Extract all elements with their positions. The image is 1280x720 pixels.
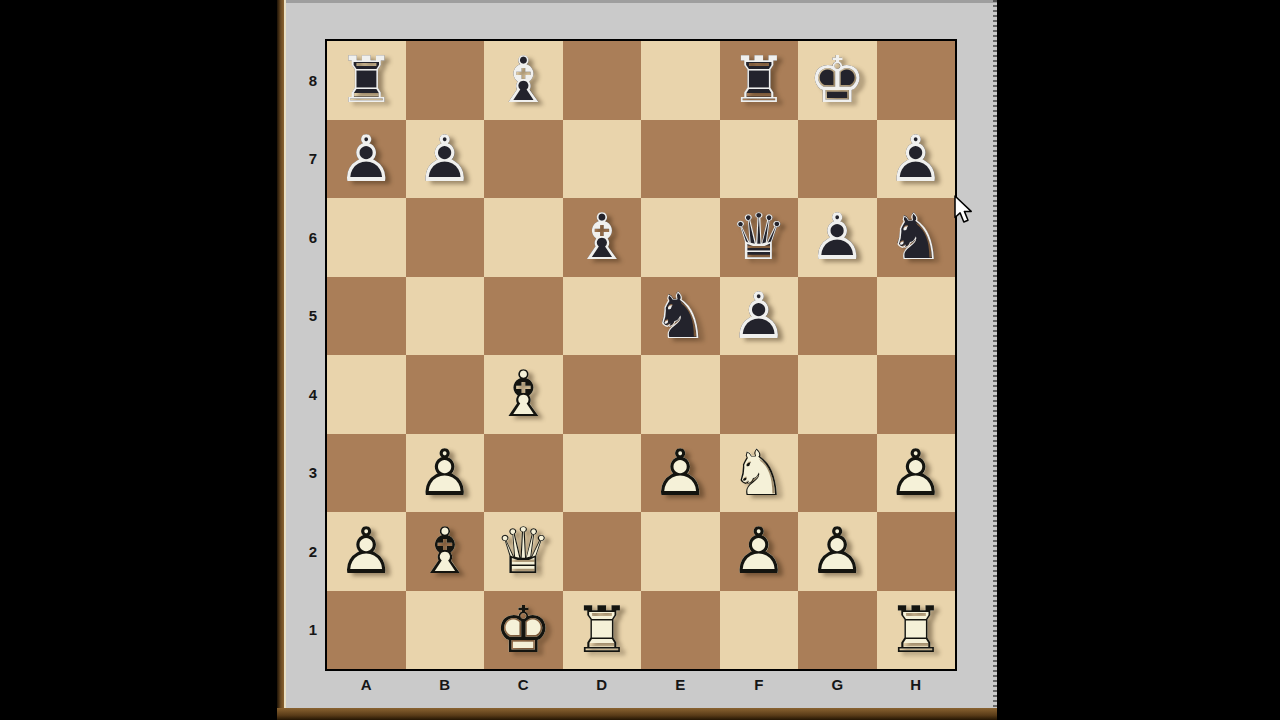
file-label-b: B	[406, 671, 485, 697]
square-e3[interactable]: ♟♙	[641, 434, 720, 513]
letterbox-right	[997, 0, 1280, 720]
square-b8[interactable]	[406, 41, 485, 120]
square-c1[interactable]: ♚♔	[484, 591, 563, 670]
black-bishop-icon: ♝♗	[563, 198, 642, 277]
square-e1[interactable]	[641, 591, 720, 670]
piece-glyph-line: ♘	[720, 434, 799, 513]
square-b4[interactable]	[406, 355, 485, 434]
piece-glyph-line: ♙	[798, 198, 877, 277]
square-g1[interactable]	[798, 591, 877, 670]
top-edge-line	[277, 0, 997, 3]
square-e2[interactable]	[641, 512, 720, 591]
square-f5[interactable]: ♟♙	[720, 277, 799, 356]
rank-label-1: 1	[295, 591, 321, 670]
black-king-icon: ♚♔	[798, 41, 877, 120]
piece-glyph-line: ♙	[877, 434, 956, 513]
square-d2[interactable]	[563, 512, 642, 591]
piece-glyph-line: ♖	[877, 591, 956, 670]
square-e8[interactable]	[641, 41, 720, 120]
piece-glyph-line: ♙	[877, 120, 956, 199]
white-pawn-icon: ♟♙	[327, 512, 406, 591]
square-g8[interactable]: ♚♔	[798, 41, 877, 120]
square-e4[interactable]	[641, 355, 720, 434]
square-h4[interactable]	[877, 355, 956, 434]
square-b3[interactable]: ♟♙	[406, 434, 485, 513]
square-h1[interactable]: ♜♖	[877, 591, 956, 670]
white-pawn-icon: ♟♙	[798, 512, 877, 591]
square-c4[interactable]: ♝♗	[484, 355, 563, 434]
file-label-e: E	[641, 671, 720, 697]
rank-label-8: 8	[295, 41, 321, 120]
file-label-f: F	[720, 671, 799, 697]
square-e7[interactable]	[641, 120, 720, 199]
square-d5[interactable]	[563, 277, 642, 356]
file-labels: ABCDEFGH	[327, 671, 955, 697]
white-king-icon: ♚♔	[484, 591, 563, 670]
file-label-h: H	[877, 671, 956, 697]
square-d6[interactable]: ♝♗	[563, 198, 642, 277]
white-rook-icon: ♜♖	[563, 591, 642, 670]
white-pawn-icon: ♟♙	[877, 434, 956, 513]
square-f1[interactable]	[720, 591, 799, 670]
square-g6[interactable]: ♟♙	[798, 198, 877, 277]
piece-glyph-line: ♙	[406, 434, 485, 513]
black-bishop-icon: ♝♗	[484, 41, 563, 120]
square-b1[interactable]	[406, 591, 485, 670]
piece-glyph-line: ♙	[641, 434, 720, 513]
capture-area: 87654321 ♜♖♝♗♜♖♚♔♟♙♟♙♟♙♝♗♛♕♟♙♞♘♞♘♟♙♝♗♟♙♟…	[277, 0, 997, 720]
square-f6[interactable]: ♛♕	[720, 198, 799, 277]
rank-label-6: 6	[295, 198, 321, 277]
video-frame: 87654321 ♜♖♝♗♜♖♚♔♟♙♟♙♟♙♝♗♛♕♟♙♞♘♞♘♟♙♝♗♟♙♟…	[0, 0, 1280, 720]
file-label-g: G	[798, 671, 877, 697]
square-b2[interactable]: ♝♗	[406, 512, 485, 591]
square-d1[interactable]: ♜♖	[563, 591, 642, 670]
piece-glyph-line: ♘	[877, 198, 956, 277]
piece-glyph-line: ♕	[484, 512, 563, 591]
piece-glyph-line: ♖	[563, 591, 642, 670]
square-c8[interactable]: ♝♗	[484, 41, 563, 120]
square-a4[interactable]	[327, 355, 406, 434]
white-bishop-icon: ♝♗	[406, 512, 485, 591]
piece-glyph-line: ♙	[720, 277, 799, 356]
square-d8[interactable]	[563, 41, 642, 120]
square-b5[interactable]	[406, 277, 485, 356]
black-rook-icon: ♜♖	[720, 41, 799, 120]
square-d7[interactable]	[563, 120, 642, 199]
piece-glyph-line: ♙	[720, 512, 799, 591]
piece-glyph-line: ♔	[484, 591, 563, 670]
square-c5[interactable]	[484, 277, 563, 356]
black-knight-icon: ♞♘	[641, 277, 720, 356]
square-f3[interactable]: ♞♘	[720, 434, 799, 513]
piece-glyph-line: ♙	[406, 120, 485, 199]
black-pawn-icon: ♟♙	[327, 120, 406, 199]
square-c7[interactable]	[484, 120, 563, 199]
square-g3[interactable]	[798, 434, 877, 513]
square-a6[interactable]	[327, 198, 406, 277]
square-h6[interactable]: ♞♘	[877, 198, 956, 277]
piece-glyph-line: ♖	[327, 41, 406, 120]
black-pawn-icon: ♟♙	[720, 277, 799, 356]
file-label-a: A	[327, 671, 406, 697]
square-a1[interactable]	[327, 591, 406, 670]
square-c3[interactable]	[484, 434, 563, 513]
square-c2[interactable]: ♛♕	[484, 512, 563, 591]
rank-label-3: 3	[295, 434, 321, 513]
square-g5[interactable]	[798, 277, 877, 356]
square-f8[interactable]: ♜♖	[720, 41, 799, 120]
wood-edge-highlight	[284, 0, 286, 720]
square-h2[interactable]	[877, 512, 956, 591]
square-h3[interactable]: ♟♙	[877, 434, 956, 513]
white-knight-icon: ♞♘	[720, 434, 799, 513]
file-label-c: C	[484, 671, 563, 697]
piece-glyph-line: ♔	[798, 41, 877, 120]
square-f4[interactable]	[720, 355, 799, 434]
square-e5[interactable]: ♞♘	[641, 277, 720, 356]
mouse-cursor-icon	[952, 195, 974, 225]
square-h7[interactable]: ♟♙	[877, 120, 956, 199]
square-h5[interactable]	[877, 277, 956, 356]
black-knight-icon: ♞♘	[877, 198, 956, 277]
black-queen-icon: ♛♕	[720, 198, 799, 277]
piece-glyph-line: ♗	[484, 355, 563, 434]
square-b7[interactable]: ♟♙	[406, 120, 485, 199]
wood-bottom-edge	[277, 708, 997, 720]
square-a5[interactable]	[327, 277, 406, 356]
square-g2[interactable]: ♟♙	[798, 512, 877, 591]
square-a3[interactable]	[327, 434, 406, 513]
rank-label-5: 5	[295, 277, 321, 356]
piece-glyph-line: ♘	[641, 277, 720, 356]
piece-glyph-line: ♗	[406, 512, 485, 591]
piece-glyph-line: ♕	[720, 198, 799, 277]
white-queen-icon: ♛♕	[484, 512, 563, 591]
piece-glyph-line: ♗	[563, 198, 642, 277]
square-c6[interactable]	[484, 198, 563, 277]
rank-label-4: 4	[295, 355, 321, 434]
square-g7[interactable]	[798, 120, 877, 199]
square-a8[interactable]: ♜♖	[327, 41, 406, 120]
black-pawn-icon: ♟♙	[406, 120, 485, 199]
chess-board: ♜♖♝♗♜♖♚♔♟♙♟♙♟♙♝♗♛♕♟♙♞♘♞♘♟♙♝♗♟♙♟♙♞♘♟♙♟♙♝♗…	[325, 39, 957, 671]
square-g4[interactable]	[798, 355, 877, 434]
rank-label-7: 7	[295, 120, 321, 199]
piece-glyph-line: ♙	[798, 512, 877, 591]
black-pawn-icon: ♟♙	[877, 120, 956, 199]
rank-labels: 87654321	[295, 41, 321, 669]
letterbox-left	[0, 0, 277, 720]
white-pawn-icon: ♟♙	[406, 434, 485, 513]
piece-glyph-line: ♖	[720, 41, 799, 120]
wood-left-edge	[277, 0, 284, 720]
square-d3[interactable]	[563, 434, 642, 513]
piece-glyph-line: ♗	[484, 41, 563, 120]
black-rook-icon: ♜♖	[327, 41, 406, 120]
square-b6[interactable]	[406, 198, 485, 277]
rank-label-2: 2	[295, 512, 321, 591]
square-h8[interactable]	[877, 41, 956, 120]
black-pawn-icon: ♟♙	[798, 198, 877, 277]
white-pawn-icon: ♟♙	[720, 512, 799, 591]
file-label-d: D	[563, 671, 642, 697]
square-d4[interactable]	[563, 355, 642, 434]
square-a7[interactable]: ♟♙	[327, 120, 406, 199]
piece-glyph-line: ♙	[327, 120, 406, 199]
square-f7[interactable]	[720, 120, 799, 199]
square-a2[interactable]: ♟♙	[327, 512, 406, 591]
white-bishop-icon: ♝♗	[484, 355, 563, 434]
white-pawn-icon: ♟♙	[641, 434, 720, 513]
square-f2[interactable]: ♟♙	[720, 512, 799, 591]
square-e6[interactable]	[641, 198, 720, 277]
white-rook-icon: ♜♖	[877, 591, 956, 670]
piece-glyph-line: ♙	[327, 512, 406, 591]
